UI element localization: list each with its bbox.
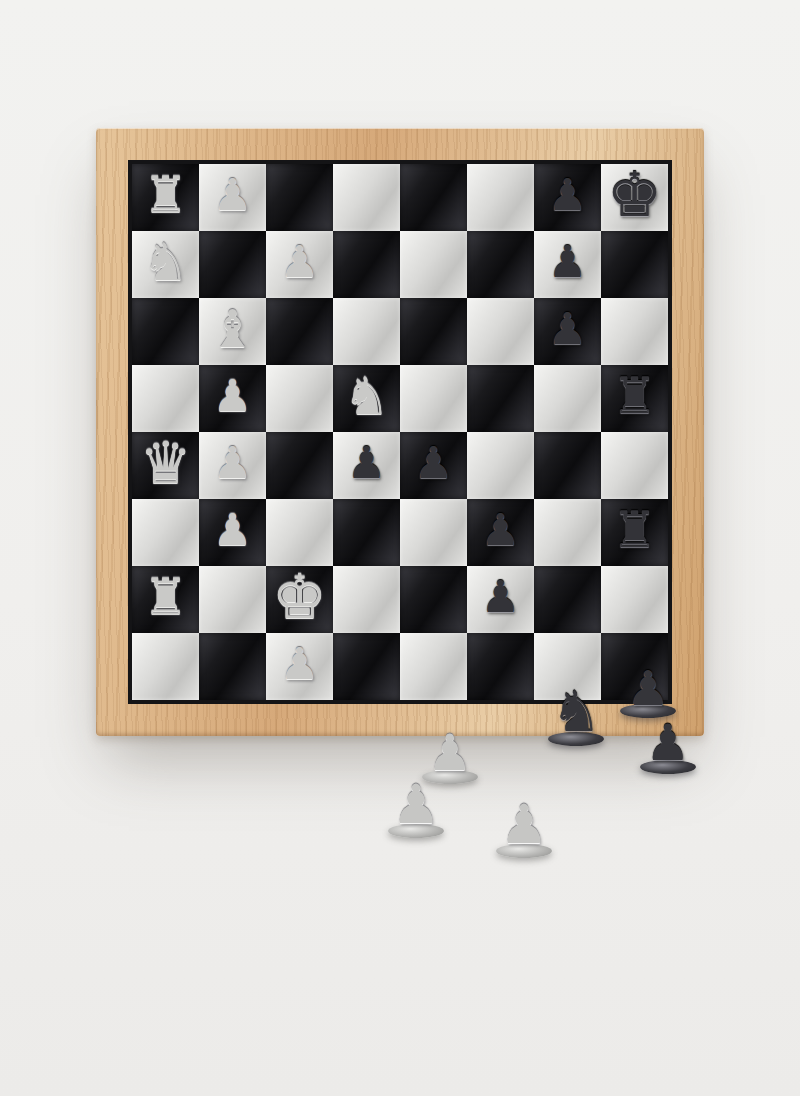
square-f4 <box>467 432 534 499</box>
square-g6: ♟ <box>534 298 601 365</box>
square-h6 <box>601 298 668 365</box>
square-f3: ♟ <box>467 499 534 566</box>
square-c4 <box>266 432 333 499</box>
square-a3 <box>132 499 199 566</box>
silver-queen-a4: ♛ <box>132 429 199 496</box>
square-e5 <box>400 365 467 432</box>
silver-rook-a2: ♜ <box>132 563 199 630</box>
square-b3: ♟ <box>199 499 266 566</box>
dark-pawn-f2: ♟ <box>467 563 534 630</box>
dark-pawn-icon: ♟ <box>646 718 691 768</box>
square-e7 <box>400 231 467 298</box>
square-c1: ♟ <box>266 633 333 700</box>
square-h8: ♚ <box>601 164 668 231</box>
dark-rook-h3: ♜ <box>601 496 668 563</box>
square-h4 <box>601 432 668 499</box>
square-e8 <box>400 164 467 231</box>
square-h7 <box>601 231 668 298</box>
square-b8: ♟ <box>199 164 266 231</box>
silver-bishop-b6: ♝ <box>199 295 266 362</box>
square-b1 <box>199 633 266 700</box>
silver-pawn-b8: ♟ <box>199 161 266 228</box>
square-g4 <box>534 432 601 499</box>
square-a5 <box>132 365 199 432</box>
silver-pawn-icon: ♟ <box>392 778 440 832</box>
silver-pawn-c7: ♟ <box>266 228 333 295</box>
square-a2: ♜ <box>132 566 199 633</box>
dark-pawn-icon: ♟ <box>626 664 669 712</box>
square-f6 <box>467 298 534 365</box>
square-b4: ♟ <box>199 432 266 499</box>
square-e2 <box>400 566 467 633</box>
off-board-silver-pawn-3: ♟ <box>486 756 562 860</box>
square-a4: ♛ <box>132 432 199 499</box>
silver-rook-a8: ♜ <box>132 161 199 228</box>
off-board-silver-pawn-2: ♟ <box>412 682 488 786</box>
square-c5 <box>266 365 333 432</box>
dark-pawn-f3: ♟ <box>467 496 534 563</box>
square-f5 <box>467 365 534 432</box>
silver-pawn-c1: ♟ <box>266 630 333 697</box>
square-g8: ♟ <box>534 164 601 231</box>
square-g5 <box>534 365 601 432</box>
square-d7 <box>333 231 400 298</box>
square-b6: ♝ <box>199 298 266 365</box>
square-h3: ♜ <box>601 499 668 566</box>
square-c7: ♟ <box>266 231 333 298</box>
silver-pawn-icon: ♟ <box>500 798 548 852</box>
square-h5: ♜ <box>601 365 668 432</box>
dark-rook-h5: ♜ <box>601 362 668 429</box>
square-c6 <box>266 298 333 365</box>
square-a8: ♜ <box>132 164 199 231</box>
mirror-board-bezel: ♜♟♟♚♞♟♟♝♟♟♞♜♛♟♟♟♟♟♜♜♚♟♟ <box>128 160 672 704</box>
square-d4: ♟ <box>333 432 400 499</box>
dark-king-h8: ♚ <box>601 161 668 228</box>
dark-pawn-d4: ♟ <box>333 429 400 496</box>
square-a1 <box>132 633 199 700</box>
square-b2 <box>199 566 266 633</box>
square-d8 <box>333 164 400 231</box>
square-d5: ♞ <box>333 365 400 432</box>
silver-pawn-b4: ♟ <box>199 429 266 496</box>
square-g2 <box>534 566 601 633</box>
dark-knight-icon: ♞ <box>551 684 601 740</box>
square-f8 <box>467 164 534 231</box>
square-b7 <box>199 231 266 298</box>
dark-pawn-g8: ♟ <box>534 161 601 228</box>
silver-pawn-b3: ♟ <box>199 496 266 563</box>
silver-king-c2: ♚ <box>266 563 333 630</box>
square-a6 <box>132 298 199 365</box>
square-e3 <box>400 499 467 566</box>
square-c2: ♚ <box>266 566 333 633</box>
square-g7: ♟ <box>534 231 601 298</box>
silver-knight-a7: ♞ <box>132 228 199 295</box>
square-e4: ♟ <box>400 432 467 499</box>
silver-knight-d5: ♞ <box>333 362 400 429</box>
square-a7: ♞ <box>132 231 199 298</box>
square-c3 <box>266 499 333 566</box>
silver-pawn-b5: ♟ <box>199 362 266 429</box>
product-photo-chess-set: { "game": "chess", "scene": { "descripti… <box>0 0 800 1096</box>
off-board-dark-knight-4: ♞ <box>538 644 614 748</box>
square-d6 <box>333 298 400 365</box>
silver-pawn-icon: ♟ <box>428 728 473 778</box>
dark-pawn-e4: ♟ <box>400 429 467 496</box>
square-d3 <box>333 499 400 566</box>
square-d2 <box>333 566 400 633</box>
square-g3 <box>534 499 601 566</box>
square-b5: ♟ <box>199 365 266 432</box>
square-f2: ♟ <box>467 566 534 633</box>
chess-board: ♜♟♟♚♞♟♟♝♟♟♞♜♛♟♟♟♟♟♜♜♚♟♟ <box>132 164 668 700</box>
square-c8 <box>266 164 333 231</box>
dark-pawn-g7: ♟ <box>534 228 601 295</box>
square-e6 <box>400 298 467 365</box>
square-f7 <box>467 231 534 298</box>
dark-pawn-g6: ♟ <box>534 295 601 362</box>
square-d1 <box>333 633 400 700</box>
